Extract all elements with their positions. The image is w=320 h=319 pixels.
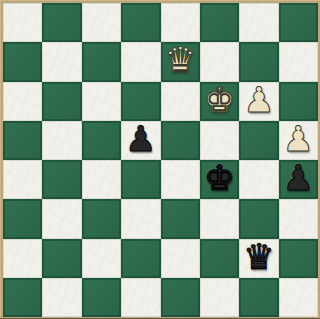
square-h6[interactable]: [279, 82, 318, 121]
square-a6[interactable]: [3, 82, 42, 121]
square-c5[interactable]: [82, 121, 121, 160]
square-b3[interactable]: [42, 199, 81, 238]
square-d4[interactable]: [121, 160, 160, 199]
square-b5[interactable]: [42, 121, 81, 160]
square-e3[interactable]: [161, 199, 200, 238]
square-c2[interactable]: [82, 239, 121, 278]
square-f2[interactable]: [200, 239, 239, 278]
white-pawn[interactable]: ♟: [283, 122, 314, 157]
square-b2[interactable]: [42, 239, 81, 278]
square-g8[interactable]: [239, 3, 278, 42]
square-a8[interactable]: [3, 3, 42, 42]
square-b8[interactable]: [42, 3, 81, 42]
square-e6[interactable]: [161, 82, 200, 121]
black-king[interactable]: ♚: [204, 161, 235, 196]
square-g3[interactable]: [239, 199, 278, 238]
square-d5[interactable]: ♟: [121, 121, 160, 160]
square-g4[interactable]: [239, 160, 278, 199]
square-h3[interactable]: [279, 199, 318, 238]
square-d1[interactable]: [121, 278, 160, 317]
square-h1[interactable]: [279, 278, 318, 317]
white-king[interactable]: ♚: [204, 83, 235, 118]
square-c3[interactable]: [82, 199, 121, 238]
white-pawn[interactable]: ♟: [243, 83, 274, 118]
square-c1[interactable]: [82, 278, 121, 317]
square-e5[interactable]: [161, 121, 200, 160]
square-e1[interactable]: [161, 278, 200, 317]
square-h5[interactable]: ♟: [279, 121, 318, 160]
square-e2[interactable]: [161, 239, 200, 278]
square-g2[interactable]: ♛: [239, 239, 278, 278]
square-d2[interactable]: [121, 239, 160, 278]
square-d8[interactable]: [121, 3, 160, 42]
square-a4[interactable]: [3, 160, 42, 199]
square-e7[interactable]: ♛: [161, 42, 200, 81]
chess-board-frame: ♛♚♟♟♟♚♟♛: [0, 0, 320, 319]
square-f3[interactable]: [200, 199, 239, 238]
square-h2[interactable]: [279, 239, 318, 278]
square-c7[interactable]: [82, 42, 121, 81]
square-a1[interactable]: [3, 278, 42, 317]
square-f6[interactable]: ♚: [200, 82, 239, 121]
square-f7[interactable]: [200, 42, 239, 81]
square-d7[interactable]: [121, 42, 160, 81]
square-c6[interactable]: [82, 82, 121, 121]
square-d3[interactable]: [121, 199, 160, 238]
square-f4[interactable]: ♚: [200, 160, 239, 199]
square-b7[interactable]: [42, 42, 81, 81]
square-h4[interactable]: ♟: [279, 160, 318, 199]
square-f8[interactable]: [200, 3, 239, 42]
square-a7[interactable]: [3, 42, 42, 81]
square-g6[interactable]: ♟: [239, 82, 278, 121]
square-g5[interactable]: [239, 121, 278, 160]
square-b4[interactable]: [42, 160, 81, 199]
square-f5[interactable]: [200, 121, 239, 160]
square-h7[interactable]: [279, 42, 318, 81]
square-a2[interactable]: [3, 239, 42, 278]
square-c4[interactable]: [82, 160, 121, 199]
square-e8[interactable]: [161, 3, 200, 42]
square-h8[interactable]: [279, 3, 318, 42]
chess-board: ♛♚♟♟♟♚♟♛: [3, 3, 318, 317]
black-pawn[interactable]: ♟: [283, 161, 314, 196]
square-a3[interactable]: [3, 199, 42, 238]
black-queen[interactable]: ♛: [243, 240, 274, 275]
square-e4[interactable]: [161, 160, 200, 199]
square-c8[interactable]: [82, 3, 121, 42]
square-g7[interactable]: [239, 42, 278, 81]
square-f1[interactable]: [200, 278, 239, 317]
square-d6[interactable]: [121, 82, 160, 121]
square-a5[interactable]: [3, 121, 42, 160]
square-b1[interactable]: [42, 278, 81, 317]
white-queen[interactable]: ♛: [164, 43, 195, 78]
square-g1[interactable]: [239, 278, 278, 317]
black-pawn[interactable]: ♟: [125, 122, 156, 157]
square-b6[interactable]: [42, 82, 81, 121]
